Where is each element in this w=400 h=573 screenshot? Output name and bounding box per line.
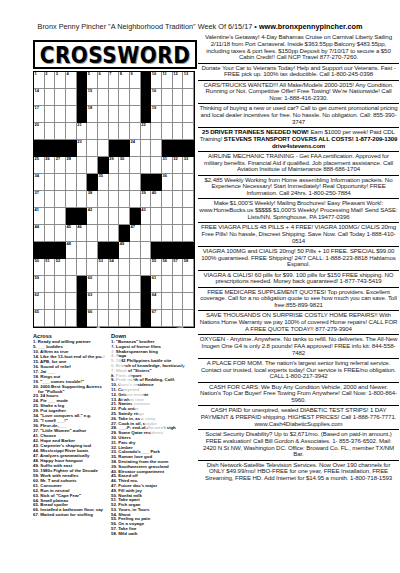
grid-cell-r12c2[interactable]: 51 (45, 259, 56, 276)
grid-cell-r8c4[interactable] (66, 191, 77, 208)
grid-cell-r9c15[interactable] (183, 208, 194, 225)
grid-cell-r8c8[interactable] (109, 191, 120, 208)
grid-cell-r12c11[interactable] (141, 259, 152, 276)
grid-cell-r6c4[interactable]: 28 (66, 157, 77, 174)
grid-cell-r15c13[interactable] (162, 310, 173, 327)
grid-cell-r3c8[interactable] (109, 106, 120, 123)
grid-cell-r8c1[interactable]: 37 (34, 191, 45, 208)
grid-cell-r4c7[interactable] (98, 123, 109, 140)
clue-number: 25 (35, 157, 39, 162)
ad-text-segment: Donate Your Car to Veterans Today! Help … (201, 64, 395, 78)
clue-number: 29 (109, 157, 113, 162)
clue-number: 32 (173, 157, 177, 162)
grid-cell-r6c14[interactable]: 32 (173, 157, 184, 174)
ad-text-segment: Dish Network-Satellite Television Servic… (205, 461, 392, 482)
grid-cell-r14c4[interactable] (66, 293, 77, 310)
grid-cell-r10c3[interactable] (55, 225, 66, 242)
grid-cell-r8c13[interactable] (162, 191, 173, 208)
clue-number: 33 (184, 157, 188, 162)
grid-cell-r2c13[interactable] (162, 89, 173, 106)
grid-cell-r4c12[interactable] (151, 123, 162, 140)
grid-cell-r10c7[interactable] (98, 225, 109, 242)
grid-cell-r9c3[interactable] (55, 208, 66, 225)
grid-cell-r10c8[interactable] (109, 225, 120, 242)
clue-number: 26 (45, 157, 49, 162)
clue-number: 15 (88, 89, 92, 94)
grid-cell-r9c7[interactable] (98, 208, 109, 225)
grid-cell-r12c8[interactable]: 54 (109, 259, 120, 276)
across-clues: Across 1. Ready and willing partner5. __… (33, 333, 107, 537)
grid-cell-r14c2[interactable] (45, 293, 56, 310)
grid-cell-r6c8[interactable]: 29 (109, 157, 120, 174)
clue-number: 67 (152, 310, 156, 315)
clue-number: 35 (99, 174, 103, 179)
black-cell-r7c12 (151, 174, 162, 191)
clue-number: 41 (35, 208, 39, 213)
grid-cell-r15c2[interactable] (45, 310, 56, 327)
grid-cell-r15c10[interactable] (130, 310, 141, 327)
grid-cell-r9c13[interactable] (162, 208, 173, 225)
clue-number: 10 (152, 72, 156, 77)
grid-cell-r13c1[interactable]: 59 (34, 276, 45, 293)
grid-cell-r8c9[interactable] (119, 191, 130, 208)
grid-cell-r13c4[interactable] (66, 276, 77, 293)
clue-number: 19 (152, 106, 156, 111)
clue-number: 3 (56, 72, 58, 77)
grid-cell-r12c12[interactable]: 55 (151, 259, 162, 276)
grid-cell-r7c10[interactable] (130, 174, 141, 191)
grid-cell-r2c8[interactable] (109, 89, 120, 106)
grid-cell-r9c9[interactable] (119, 208, 130, 225)
grid-cell-r4c1[interactable]: 20 (34, 123, 45, 140)
grid-cell-r4c9[interactable] (119, 123, 130, 140)
clue-number: 64 (152, 293, 156, 298)
clue-number: 54 (109, 259, 113, 264)
black-cell-r15c11 (141, 310, 152, 327)
grid-cell-r2c14[interactable] (173, 89, 184, 106)
ad-text-segment: VIAGRA & CIALIS! 60 pills for $99. 100 p… (203, 271, 393, 285)
grid-cell-r13c12[interactable]: 61 (151, 276, 162, 293)
down-clue-list: 1. "Bonanza" brother2. Lugosi of horror … (111, 340, 195, 537)
classified-ad-4: Thinking of buying a new or used car? Ca… (198, 103, 399, 127)
grid-cell-r9c1[interactable]: 41 (34, 208, 45, 225)
masthead-url: www.bronxpennypincher.com (259, 22, 363, 31)
grid-cell-r6c13[interactable]: 31 (162, 157, 173, 174)
grid-cell-r3c7[interactable] (98, 106, 109, 123)
grid-cell-r3c15[interactable] (183, 106, 194, 123)
grid-cell-r7c3[interactable] (55, 174, 66, 191)
grid-cell-r14c3[interactable] (55, 293, 66, 310)
black-cell-r9c10 (130, 208, 141, 225)
grid-cell-r5c12[interactable] (151, 140, 162, 157)
grid-cell-r2c2[interactable] (45, 89, 56, 106)
grid-cell-r8c3[interactable] (55, 191, 66, 208)
grid-cell-r15c9[interactable] (119, 310, 130, 327)
grid-cell-r1c9[interactable]: 8 (119, 72, 130, 89)
grid-cell-r4c11[interactable]: 22 (141, 123, 152, 140)
grid-cell-r7c9[interactable] (119, 174, 130, 191)
ad-text-segment: A PLACE FOR MOM. The nation's largest se… (201, 359, 396, 380)
grid-cell-r13c7[interactable] (98, 276, 109, 293)
grid-cell-r8c11[interactable]: 39 (141, 191, 152, 208)
ad-text-segment: STEVENS TRANSPORT COVERS ALL COSTS! 1-87… (224, 135, 397, 149)
grid-cell-r7c2[interactable] (45, 174, 56, 191)
grid-cell-r4c14[interactable] (173, 123, 184, 140)
clue-number: 46 (77, 225, 81, 230)
clue-number: 47 (131, 225, 135, 230)
grid-cell-r15c7[interactable] (98, 310, 109, 327)
ad-text-segment: SAVE THOUSANDS ON SURPRISE COSTLY HOME R… (200, 311, 398, 332)
grid-cell-r15c8[interactable] (109, 310, 120, 327)
grid-cell-r1c14[interactable]: 12 (173, 72, 184, 89)
grid-cell-r6c3[interactable]: 27 (55, 157, 66, 174)
grid-cell-r7c8[interactable] (109, 174, 120, 191)
clue-number: 7 (109, 72, 111, 77)
grid-cell-r10c5[interactable]: 46 (77, 225, 88, 242)
across-clue-67: 67. Matted cotton for stuffing (33, 513, 107, 518)
ad-text-segment: $2,485 Weekly Working from Home assembli… (205, 176, 393, 197)
grid-cell-r7c7[interactable]: 35 (98, 174, 109, 191)
grid-cell-r2c12[interactable]: 16 (151, 89, 162, 106)
grid-cell-r10c14[interactable] (173, 225, 184, 242)
clue-number: 6 (99, 72, 101, 77)
ad-text-segment: FREE MEDICARE SUPPLEMENT QUOTES! Top pro… (200, 288, 396, 309)
grid-cell-r15c12[interactable]: 67 (151, 310, 162, 327)
grid-cell-r5c11[interactable] (141, 140, 152, 157)
grid-cell-r1c7[interactable]: 6 (98, 72, 109, 89)
clue-number: 28 (67, 157, 71, 162)
black-cell-r2c5 (77, 89, 88, 106)
black-cell-r11c2 (45, 242, 56, 259)
grid-cell-r8c5[interactable] (77, 191, 88, 208)
black-cell-r5c4 (66, 140, 77, 157)
clue-number: 20 (35, 123, 39, 128)
grid-cell-r4c5[interactable]: 21 (77, 123, 88, 140)
black-cell-r5c2 (45, 140, 56, 157)
grid-cell-r5c7[interactable] (98, 140, 109, 157)
down-clues: Down 1. "Bonanza" brother2. Lugosi of ho… (111, 333, 195, 537)
grid-cell-r3c10[interactable] (130, 106, 141, 123)
clue-number: 13 (184, 72, 188, 77)
across-clue-list: 1. Ready and willing partner5. ___ buddi… (33, 340, 107, 518)
black-cell-r5c15 (183, 140, 194, 157)
grid-cell-r11c11[interactable] (141, 242, 152, 259)
grid-cell-r7c14[interactable] (173, 174, 184, 191)
grid-cell-r15c1[interactable]: 65 (34, 310, 45, 327)
grid-cell-r6c2[interactable]: 26 (45, 157, 56, 174)
classified-ads-column: Valentine's Getaway! 4-Day Bahamas Cruis… (198, 33, 399, 483)
black-cell-r13c11 (141, 276, 152, 293)
grid-cell-r2c7[interactable] (98, 89, 109, 106)
grid-cell-r12c15[interactable]: 58 (183, 259, 194, 276)
grid-cell-r12c14[interactable]: 57 (173, 259, 184, 276)
clue-number: 21 (77, 123, 81, 128)
grid-cell-r9c14[interactable] (173, 208, 184, 225)
ad-text-segment: Make $1,000'S Weekly! Mailing Brochures!… (199, 199, 397, 220)
black-cell-r5c13 (162, 140, 173, 157)
grid-cell-r10c4[interactable]: 45 (66, 225, 77, 242)
grid-cell-r10c12[interactable] (151, 225, 162, 242)
grid-cell-r4c15[interactable] (183, 123, 194, 140)
grid-cell-r14c9[interactable] (119, 293, 130, 310)
grid-cell-r10c13[interactable] (162, 225, 173, 242)
clue-number: 17 (35, 106, 39, 111)
grid-cell-r14c13[interactable] (162, 293, 173, 310)
grid-cell-r3c13[interactable] (162, 106, 173, 123)
black-cell-r7c11 (141, 174, 152, 191)
grid-cell-r2c1[interactable]: 14 (34, 89, 45, 106)
grid-cell-r4c2[interactable] (45, 123, 56, 140)
grid-cell-r12c7[interactable]: 53 (98, 259, 109, 276)
grid-cell-r6c6[interactable] (87, 157, 98, 174)
grid-cell-r15c4[interactable] (66, 310, 77, 327)
clue-number: 61 (152, 276, 156, 281)
grid-cell-r10c6[interactable] (87, 225, 98, 242)
grid-cell-r10c15[interactable] (183, 225, 194, 242)
grid-cell-r9c8[interactable] (109, 208, 120, 225)
grid-cell-r3c12[interactable]: 19 (151, 106, 162, 123)
classified-ad-18: Social Security Disability? Up to $2,671… (198, 429, 399, 460)
classified-ad-16: CASH FOR CARS: We Buy Any Condition Vehi… (198, 382, 399, 406)
grid-cell-r2c4[interactable] (66, 89, 77, 106)
grid-cell-r10c10[interactable]: 47 (130, 225, 141, 242)
grid-cell-r8c10[interactable] (130, 191, 141, 208)
clue-number: 34 (35, 174, 39, 179)
grid-cell-r4c4[interactable] (66, 123, 77, 140)
grid-cell-r12c10[interactable] (130, 259, 141, 276)
ad-text-segment: FREE VIAGRA PILLS 48 PILLS + 4 FREE! VIA… (201, 223, 396, 244)
black-cell-r5c1 (34, 140, 45, 157)
classified-ad-15: A PLACE FOR MOM. The nation's largest se… (198, 358, 399, 382)
grid-cell-r9c6[interactable]: 42 (87, 208, 98, 225)
grid-cell-r14c10[interactable] (130, 293, 141, 310)
grid-cell-r11c5[interactable] (77, 242, 88, 259)
down-clue-58: 58. Mild oath (111, 532, 195, 537)
classified-ad-1: Valentine's Getaway! 4-Day Bahamas Cruis… (198, 33, 399, 63)
grid-cell-r1c13[interactable]: 11 (162, 72, 173, 89)
black-cell-r5c9 (119, 140, 130, 157)
black-cell-r11c15 (183, 242, 194, 259)
grid-cell-r5c10[interactable]: 24 (130, 140, 141, 157)
grid-cell-r7c13[interactable]: 36 (162, 174, 173, 191)
grid-cell-r15c3[interactable] (55, 310, 66, 327)
classified-ad-12: FREE MEDICARE SUPPLEMENT QUOTES! Top pro… (198, 287, 399, 311)
grid-cell-r5c5[interactable]: 23 (77, 140, 88, 157)
grid-cell-r1c6[interactable]: 5 (87, 72, 98, 89)
grid-cell-r1c1[interactable]: 1 (34, 72, 45, 89)
grid-cell-r8c12[interactable]: 40 (151, 191, 162, 208)
grid-cell-r14c8[interactable] (109, 293, 120, 310)
clue-number: 44 (35, 225, 39, 230)
grid-cell-r3c2[interactable] (45, 106, 56, 123)
grid-cell-r10c1[interactable]: 44 (34, 225, 45, 242)
grid-cell-r4c6[interactable] (87, 123, 98, 140)
grid-cell-r2c6[interactable]: 15 (87, 89, 98, 106)
grid-cell-r12c6[interactable] (87, 259, 98, 276)
grid-cell-r13c8[interactable] (109, 276, 120, 293)
grid-cell-r3c6[interactable]: 18 (87, 106, 98, 123)
classified-ad-9: FREE VIAGRA PILLS 48 PILLS + 4 FREE! VIA… (198, 222, 399, 246)
grid-cell-r4c3[interactable] (55, 123, 66, 140)
grid-cell-r6c10[interactable] (130, 157, 141, 174)
grid-cell-r10c11[interactable] (141, 225, 152, 242)
clue-number: 31 (163, 157, 167, 162)
grid-cell-r14c6[interactable]: 63 (87, 293, 98, 310)
black-cell-r1c5 (77, 72, 88, 89)
clue-number: 52 (56, 259, 60, 264)
grid-cell-r15c14[interactable] (173, 310, 184, 327)
ad-text-segment: Valentine's Getaway! 4-Day Bahamas Cruis… (205, 33, 392, 60)
clue-number: 8 (120, 72, 122, 77)
black-cell-r14c5 (77, 293, 88, 310)
grid-cell-r14c14[interactable] (173, 293, 184, 310)
grid-cell-r15c6[interactable]: 66 (87, 310, 98, 327)
black-cell-r10c9 (119, 225, 130, 242)
grid-cell-r6c15[interactable]: 33 (183, 157, 194, 174)
grid-cell-r11c10[interactable] (130, 242, 141, 259)
classified-ad-6: AIRLINE MECHANIC TRAINING - Get FAA cert… (198, 151, 399, 175)
clue-number: 38 (88, 191, 92, 196)
black-cell-r11c14 (173, 242, 184, 259)
grid-cell-r8c2[interactable] (45, 191, 56, 208)
ad-text-segment: Thinking of buying a new or used car? Ca… (199, 104, 397, 125)
puzzle-section: CROSSWORD 123456789101112131415161718192… (33, 40, 197, 568)
grid-cell-r8c6[interactable]: 38 (87, 191, 98, 208)
clue-number: 50 (35, 259, 39, 264)
classified-ad-14: OXYGEN - Anytime. Anywhere. No tanks to … (198, 334, 399, 358)
clue-number: 40 (152, 191, 156, 196)
grid-cell-r8c7[interactable] (98, 191, 109, 208)
grid-cell-r6c1[interactable]: 25 (34, 157, 45, 174)
grid-cell-r6c9[interactable]: 30 (119, 157, 130, 174)
grid-cell-r11c9[interactable]: 49 (119, 242, 130, 259)
grid-cell-r13c10[interactable] (130, 276, 141, 293)
grid-cell-r12c13[interactable]: 56 (162, 259, 173, 276)
clue-number: 24 (131, 140, 135, 145)
grid-cell-r4c10[interactable] (130, 123, 141, 140)
clue-number: 23 (77, 140, 81, 145)
grid-cell-r9c11[interactable]: 43 (141, 208, 152, 225)
black-cell-r5c14 (173, 140, 184, 157)
clue-number: 36 (163, 174, 167, 179)
grid-cell-r3c3[interactable] (55, 106, 66, 123)
grid-cell-r1c12[interactable]: 10 (151, 72, 162, 89)
grid-cell-r7c15[interactable] (183, 174, 194, 191)
grid-cell-r13c9[interactable] (119, 276, 130, 293)
clue-number: 48 (67, 242, 71, 247)
classified-ad-13: SAVE THOUSANDS ON SURPRISE COSTLY HOME R… (198, 310, 399, 334)
black-cell-r11c12 (151, 242, 162, 259)
grid-cell-r2c10[interactable] (130, 89, 141, 106)
black-cell-r11c1 (34, 242, 45, 259)
grid-cell-r14c1[interactable]: 62 (34, 293, 45, 310)
grid-cell-r7c5[interactable] (77, 174, 88, 191)
clue-lists: Across 1. Ready and willing partner5. __… (33, 333, 197, 537)
crossword-logo-box: CROSSWORD (33, 40, 197, 69)
black-cell-r7c6 (87, 174, 98, 191)
grid-cell-r1c2[interactable]: 2 (45, 72, 56, 89)
grid-cell-r2c15[interactable] (183, 89, 194, 106)
ad-text-segment: AIRLINE MECHANIC TRAINING - Get FAA cert… (204, 152, 393, 173)
black-cell-r14c11 (141, 293, 152, 310)
grid-cell-r11c6[interactable] (87, 242, 98, 259)
grid-cell-r1c15[interactable]: 13 (183, 72, 194, 89)
grid-cell-r12c9[interactable] (119, 259, 130, 276)
clue-number: 14 (35, 89, 39, 94)
clue-number: 16 (152, 89, 156, 94)
grid-cell-r6c12[interactable] (151, 157, 162, 174)
clue-number: 39 (141, 191, 145, 196)
grid-cell-r4c8[interactable] (109, 123, 120, 140)
grid-cell-r10c2[interactable] (45, 225, 56, 242)
ad-text-segment: CASH PAID for unexpired, sealed DIABETIC… (201, 406, 397, 427)
grid-cell-r4c13[interactable] (162, 123, 173, 140)
grid-cell-r1c3[interactable]: 3 (55, 72, 66, 89)
clue-number: 11 (163, 72, 167, 77)
grid-cell-r13c15[interactable] (183, 276, 194, 293)
grid-cell-r12c5[interactable] (77, 259, 88, 276)
grid-cell-r9c12[interactable] (151, 208, 162, 225)
grid-cell-r14c15[interactable] (183, 293, 194, 310)
grid-cell-r3c9[interactable] (119, 106, 130, 123)
grid-cell-r15c15[interactable] (183, 310, 194, 327)
clue-number: 12 (173, 72, 177, 77)
black-cell-r5c8 (109, 140, 120, 157)
grid-cell-r3c1[interactable]: 17 (34, 106, 45, 123)
clue-number: 22 (141, 123, 145, 128)
grid-cell-r13c3[interactable] (55, 276, 66, 293)
grid-cell-r11c4[interactable]: 48 (66, 242, 77, 259)
grid-cell-r2c9[interactable] (119, 89, 130, 106)
classified-ad-2: Donate Your Car to Veterans Today! Help … (198, 63, 399, 80)
grid-cell-r3c4[interactable] (66, 106, 77, 123)
clue-number: 53 (99, 259, 103, 264)
grid-cell-r6c5[interactable] (77, 157, 88, 174)
grid-cell-r5c6[interactable] (87, 140, 98, 157)
grid-cell-r8c15[interactable] (183, 191, 194, 208)
grid-cell-r13c13[interactable] (162, 276, 173, 293)
grid-cell-r1c10[interactable]: 9 (130, 72, 141, 89)
grid-cell-r9c2[interactable] (45, 208, 56, 225)
clue-number: 5 (88, 72, 90, 77)
clue-number: 56 (163, 259, 167, 264)
grid-cell-r14c12[interactable]: 64 (151, 293, 162, 310)
grid-cell-r13c14[interactable] (173, 276, 184, 293)
ad-text-segment: Social Security Disability? Up to $2,671… (203, 430, 394, 457)
clue-number: 2 (45, 72, 47, 77)
classified-ad-11: VIAGRA & CIALIS! 60 pills for $99. 100 p… (198, 270, 399, 287)
grid-cell-r7c4[interactable] (66, 174, 77, 191)
grid-cell-r12c4[interactable] (66, 259, 77, 276)
black-cell-r13c5 (77, 276, 88, 293)
clue-number: 51 (45, 259, 49, 264)
crossword-logo: CROSSWORD (40, 43, 191, 67)
grid-cell-r13c2[interactable] (45, 276, 56, 293)
grid-cell-r7c1[interactable]: 34 (34, 174, 45, 191)
grid-cell-r2c3[interactable] (55, 89, 66, 106)
grid-cell-r13c6[interactable]: 60 (87, 276, 98, 293)
grid-cell-r1c4[interactable]: 4 (66, 72, 77, 89)
grid-cell-r12c1[interactable]: 50 (34, 259, 45, 276)
grid-cell-r3c14[interactable] (173, 106, 184, 123)
grid-cell-r1c8[interactable]: 7 (109, 72, 120, 89)
classified-ad-7: $2,485 Weekly Working from Home assembli… (198, 175, 399, 199)
clue-number: 55 (152, 259, 156, 264)
grid-cell-r14c7[interactable] (98, 293, 109, 310)
grid-cell-r6c11[interactable] (141, 157, 152, 174)
grid-cell-r12c3[interactable]: 52 (55, 259, 66, 276)
grid-cell-r8c14[interactable] (173, 191, 184, 208)
